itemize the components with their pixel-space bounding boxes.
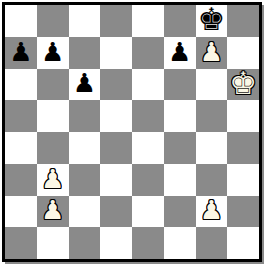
- square-b6[interactable]: [37, 69, 69, 101]
- square-a2[interactable]: [5, 196, 37, 228]
- square-a5[interactable]: [5, 100, 37, 132]
- square-h1[interactable]: [227, 227, 259, 259]
- white-pawn-g2[interactable]: ♟: [200, 197, 223, 223]
- square-h5[interactable]: [227, 100, 259, 132]
- square-g6[interactable]: [196, 69, 228, 101]
- square-e3[interactable]: [132, 164, 164, 196]
- square-h4[interactable]: [227, 132, 259, 164]
- black-king-g8[interactable]: ♚: [197, 5, 225, 35]
- square-f4[interactable]: [164, 132, 196, 164]
- white-king-h6[interactable]: ♚: [229, 69, 257, 99]
- square-d5[interactable]: [100, 100, 132, 132]
- square-g2[interactable]: ♟: [196, 196, 228, 228]
- square-d2[interactable]: [100, 196, 132, 228]
- square-d8[interactable]: [100, 5, 132, 37]
- square-e7[interactable]: [132, 37, 164, 69]
- square-e8[interactable]: [132, 5, 164, 37]
- square-d6[interactable]: [100, 69, 132, 101]
- square-f3[interactable]: [164, 164, 196, 196]
- chess-board: ♚♟♟♟♟♟♚♟♟♟: [5, 5, 259, 259]
- square-g8[interactable]: ♚: [196, 5, 228, 37]
- black-pawn-b7[interactable]: ♟: [41, 39, 64, 65]
- board-frame: ♚♟♟♟♟♟♚♟♟♟: [2, 2, 262, 262]
- square-f6[interactable]: [164, 69, 196, 101]
- square-f2[interactable]: [164, 196, 196, 228]
- black-pawn-a7[interactable]: ♟: [9, 39, 32, 65]
- black-pawn-f7[interactable]: ♟: [168, 39, 191, 65]
- square-g4[interactable]: [196, 132, 228, 164]
- square-b8[interactable]: [37, 5, 69, 37]
- black-pawn-c6[interactable]: ♟: [73, 70, 96, 96]
- square-d1[interactable]: [100, 227, 132, 259]
- square-f7[interactable]: ♟: [164, 37, 196, 69]
- white-pawn-b3[interactable]: ♟: [41, 166, 64, 192]
- square-b3[interactable]: ♟: [37, 164, 69, 196]
- square-d3[interactable]: [100, 164, 132, 196]
- square-h8[interactable]: [227, 5, 259, 37]
- square-h2[interactable]: [227, 196, 259, 228]
- square-c6[interactable]: ♟: [69, 69, 101, 101]
- square-b7[interactable]: ♟: [37, 37, 69, 69]
- square-g1[interactable]: [196, 227, 228, 259]
- chess-diagram: ♚♟♟♟♟♟♚♟♟♟: [0, 0, 264, 264]
- square-c7[interactable]: [69, 37, 101, 69]
- square-d4[interactable]: [100, 132, 132, 164]
- square-h6[interactable]: ♚: [227, 69, 259, 101]
- square-e5[interactable]: [132, 100, 164, 132]
- square-c3[interactable]: [69, 164, 101, 196]
- square-d7[interactable]: [100, 37, 132, 69]
- square-h3[interactable]: [227, 164, 259, 196]
- square-g3[interactable]: [196, 164, 228, 196]
- square-f1[interactable]: [164, 227, 196, 259]
- square-b4[interactable]: [37, 132, 69, 164]
- square-b1[interactable]: [37, 227, 69, 259]
- square-c2[interactable]: [69, 196, 101, 228]
- square-f8[interactable]: [164, 5, 196, 37]
- square-b5[interactable]: [37, 100, 69, 132]
- white-pawn-g7[interactable]: ♟: [200, 39, 223, 65]
- square-a6[interactable]: [5, 69, 37, 101]
- square-c1[interactable]: [69, 227, 101, 259]
- square-c5[interactable]: [69, 100, 101, 132]
- square-e4[interactable]: [132, 132, 164, 164]
- square-a1[interactable]: [5, 227, 37, 259]
- square-a3[interactable]: [5, 164, 37, 196]
- square-g7[interactable]: ♟: [196, 37, 228, 69]
- square-g5[interactable]: [196, 100, 228, 132]
- square-e2[interactable]: [132, 196, 164, 228]
- square-c8[interactable]: [69, 5, 101, 37]
- square-e6[interactable]: [132, 69, 164, 101]
- square-h7[interactable]: [227, 37, 259, 69]
- square-f5[interactable]: [164, 100, 196, 132]
- square-c4[interactable]: [69, 132, 101, 164]
- square-e1[interactable]: [132, 227, 164, 259]
- square-b2[interactable]: ♟: [37, 196, 69, 228]
- white-pawn-b2[interactable]: ♟: [41, 197, 64, 223]
- square-a4[interactable]: [5, 132, 37, 164]
- square-a7[interactable]: ♟: [5, 37, 37, 69]
- square-a8[interactable]: [5, 5, 37, 37]
